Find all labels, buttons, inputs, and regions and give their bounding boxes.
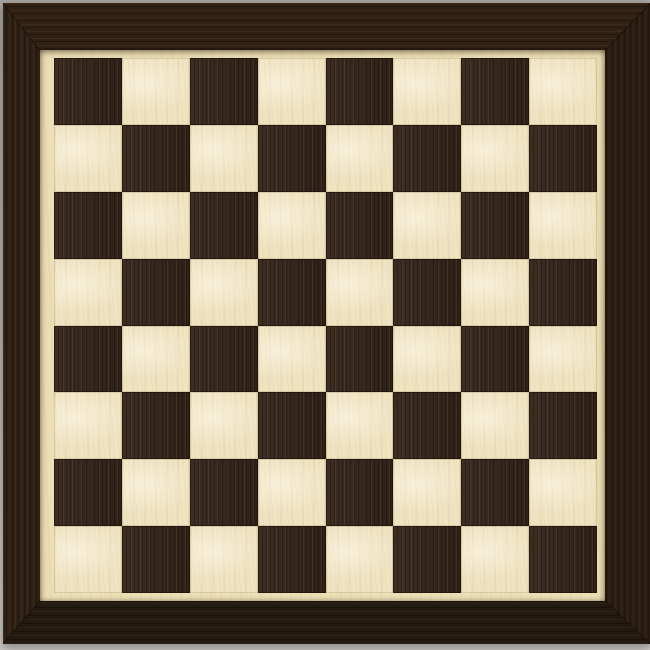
square-r3c5 bbox=[326, 192, 394, 259]
square-r4c1 bbox=[54, 259, 122, 326]
square-r4c7 bbox=[461, 259, 529, 326]
square-r7c8 bbox=[529, 459, 597, 526]
square-r3c6 bbox=[393, 192, 461, 259]
square-r4c8 bbox=[529, 259, 597, 326]
square-r7c2 bbox=[122, 459, 190, 526]
square-r6c3 bbox=[190, 392, 258, 459]
square-r5c2 bbox=[122, 326, 190, 393]
square-r1c3 bbox=[190, 58, 258, 125]
square-r5c1 bbox=[54, 326, 122, 393]
square-r8c1 bbox=[54, 526, 122, 593]
square-r6c2 bbox=[122, 392, 190, 459]
square-r6c6 bbox=[393, 392, 461, 459]
square-r5c3 bbox=[190, 326, 258, 393]
square-r5c8 bbox=[529, 326, 597, 393]
square-r8c2 bbox=[122, 526, 190, 593]
square-r1c6 bbox=[393, 58, 461, 125]
square-r4c3 bbox=[190, 259, 258, 326]
square-r3c7 bbox=[461, 192, 529, 259]
square-r6c8 bbox=[529, 392, 597, 459]
square-r2c3 bbox=[190, 125, 258, 192]
square-r8c3 bbox=[190, 526, 258, 593]
square-r6c5 bbox=[326, 392, 394, 459]
square-r1c5 bbox=[326, 58, 394, 125]
square-r7c1 bbox=[54, 459, 122, 526]
square-r7c6 bbox=[393, 459, 461, 526]
square-r4c5 bbox=[326, 259, 394, 326]
square-r5c4 bbox=[258, 326, 326, 393]
square-r7c3 bbox=[190, 459, 258, 526]
square-r8c6 bbox=[393, 526, 461, 593]
square-r8c7 bbox=[461, 526, 529, 593]
square-r4c6 bbox=[393, 259, 461, 326]
square-r7c5 bbox=[326, 459, 394, 526]
square-r1c7 bbox=[461, 58, 529, 125]
square-r8c5 bbox=[326, 526, 394, 593]
square-r3c4 bbox=[258, 192, 326, 259]
square-r4c2 bbox=[122, 259, 190, 326]
square-r7c7 bbox=[461, 459, 529, 526]
square-r5c5 bbox=[326, 326, 394, 393]
square-r6c4 bbox=[258, 392, 326, 459]
square-r8c8 bbox=[529, 526, 597, 593]
square-r1c4 bbox=[258, 58, 326, 125]
square-r3c3 bbox=[190, 192, 258, 259]
square-r2c8 bbox=[529, 125, 597, 192]
square-r6c7 bbox=[461, 392, 529, 459]
square-r2c7 bbox=[461, 125, 529, 192]
square-r2c5 bbox=[326, 125, 394, 192]
square-r3c2 bbox=[122, 192, 190, 259]
square-r5c7 bbox=[461, 326, 529, 393]
square-r1c1 bbox=[54, 58, 122, 125]
square-r8c4 bbox=[258, 526, 326, 593]
square-r1c8 bbox=[529, 58, 597, 125]
square-r7c4 bbox=[258, 459, 326, 526]
square-r3c8 bbox=[529, 192, 597, 259]
square-r4c4 bbox=[258, 259, 326, 326]
square-r2c6 bbox=[393, 125, 461, 192]
square-r2c4 bbox=[258, 125, 326, 192]
square-r2c1 bbox=[54, 125, 122, 192]
maple-border bbox=[40, 50, 605, 601]
square-r2c2 bbox=[122, 125, 190, 192]
square-r3c1 bbox=[54, 192, 122, 259]
photo-background bbox=[0, 0, 650, 650]
board-grid bbox=[54, 58, 597, 593]
square-r1c2 bbox=[122, 58, 190, 125]
square-r5c6 bbox=[393, 326, 461, 393]
chessboard bbox=[3, 3, 650, 644]
square-r6c1 bbox=[54, 392, 122, 459]
